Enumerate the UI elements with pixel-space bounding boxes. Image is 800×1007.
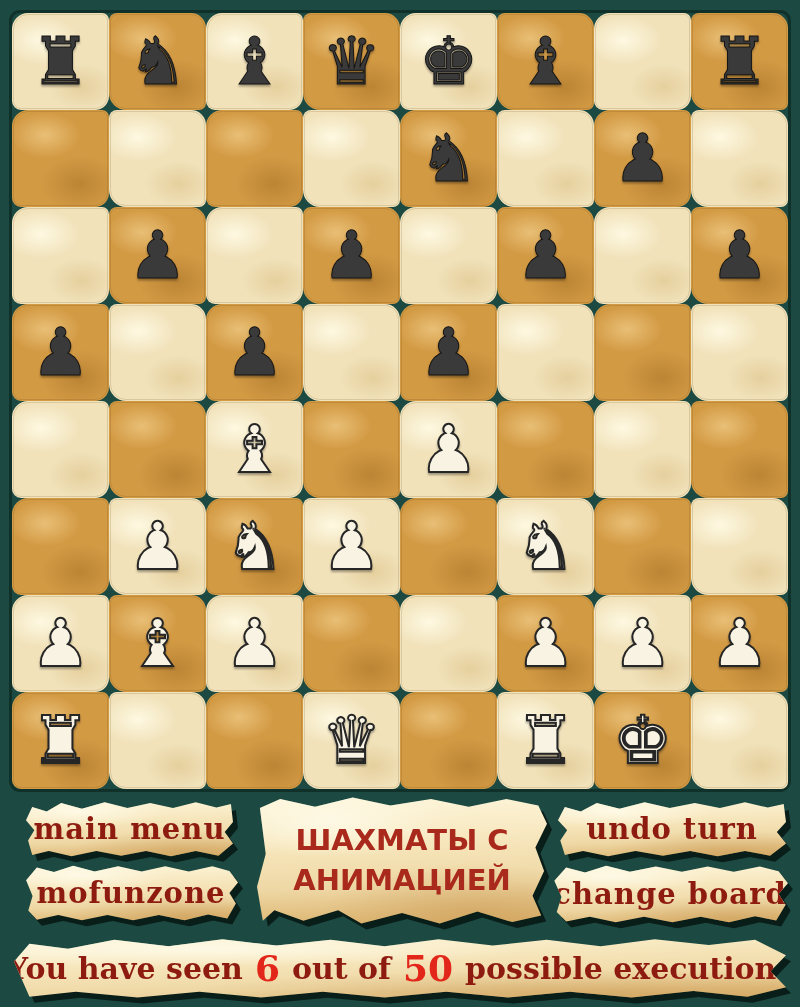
- square-d8[interactable]: ♛: [303, 13, 400, 110]
- square-c2[interactable]: ♟: [206, 595, 303, 692]
- square-h2[interactable]: ♟: [691, 595, 788, 692]
- piece-black-bishop[interactable]: ♝: [225, 29, 284, 95]
- square-e2[interactable]: [400, 595, 497, 692]
- square-b3[interactable]: ♟: [109, 498, 206, 595]
- square-f8[interactable]: ♝: [497, 13, 594, 110]
- square-h6[interactable]: ♟: [691, 207, 788, 304]
- piece-white-rook[interactable]: ♜: [31, 708, 90, 774]
- square-b5[interactable]: [109, 304, 206, 401]
- piece-white-bishop[interactable]: ♝: [128, 611, 187, 677]
- piece-black-pawn[interactable]: ♟: [225, 320, 284, 386]
- square-a5[interactable]: ♟: [12, 304, 109, 401]
- square-d4[interactable]: [303, 401, 400, 498]
- undo-turn-label: undo turn: [586, 812, 758, 846]
- square-h4[interactable]: [691, 401, 788, 498]
- square-b8[interactable]: ♞: [109, 13, 206, 110]
- piece-white-queen[interactable]: ♛: [322, 708, 381, 774]
- square-c7[interactable]: [206, 110, 303, 207]
- piece-white-bishop[interactable]: ♝: [225, 417, 284, 483]
- piece-black-pawn[interactable]: ♟: [613, 126, 672, 192]
- title-panel: ШАХМАТЫ С АНИМАЦИЕЙ: [257, 795, 547, 926]
- square-a6[interactable]: [12, 207, 109, 304]
- title-line-2: АНИМАЦИЕЙ: [293, 861, 511, 900]
- square-c1[interactable]: [206, 692, 303, 789]
- square-f7[interactable]: [497, 110, 594, 207]
- piece-black-pawn[interactable]: ♟: [710, 223, 769, 289]
- square-f3[interactable]: ♞: [497, 498, 594, 595]
- square-c5[interactable]: ♟: [206, 304, 303, 401]
- piece-black-pawn[interactable]: ♟: [322, 223, 381, 289]
- square-b1[interactable]: [109, 692, 206, 789]
- square-g5[interactable]: [594, 304, 691, 401]
- mofunzone-button[interactable]: mofunzone: [24, 864, 238, 922]
- square-e6[interactable]: [400, 207, 497, 304]
- piece-black-pawn[interactable]: ♟: [128, 223, 187, 289]
- square-h7[interactable]: [691, 110, 788, 207]
- undo-turn-button[interactable]: undo turn: [558, 800, 786, 858]
- square-e4[interactable]: ♟: [400, 401, 497, 498]
- mofunzone-label: mofunzone: [36, 876, 225, 910]
- square-g6[interactable]: [594, 207, 691, 304]
- square-e7[interactable]: ♞: [400, 110, 497, 207]
- square-f2[interactable]: ♟: [497, 595, 594, 692]
- square-h3[interactable]: [691, 498, 788, 595]
- square-c4[interactable]: ♝: [206, 401, 303, 498]
- square-f6[interactable]: ♟: [497, 207, 594, 304]
- square-b6[interactable]: ♟: [109, 207, 206, 304]
- square-c6[interactable]: [206, 207, 303, 304]
- piece-black-king[interactable]: ♚: [419, 29, 478, 95]
- piece-white-pawn[interactable]: ♟: [516, 611, 575, 677]
- square-g3[interactable]: [594, 498, 691, 595]
- piece-white-rook[interactable]: ♜: [516, 708, 575, 774]
- piece-white-pawn[interactable]: ♟: [613, 611, 672, 677]
- piece-white-knight[interactable]: ♞: [516, 514, 575, 580]
- piece-white-pawn[interactable]: ♟: [419, 417, 478, 483]
- piece-black-pawn[interactable]: ♟: [419, 320, 478, 386]
- square-g7[interactable]: ♟: [594, 110, 691, 207]
- piece-black-rook[interactable]: ♜: [710, 29, 769, 95]
- executions-seen-count: 6: [255, 947, 280, 989]
- piece-black-rook[interactable]: ♜: [31, 29, 90, 95]
- piece-black-bishop[interactable]: ♝: [516, 29, 575, 95]
- square-e8[interactable]: ♚: [400, 13, 497, 110]
- game-window: ♜♞♝♛♚♝♜♞♟♟♟♟♟♟♟♟♝♟♟♞♟♞♟♝♟♟♟♟♜♛♜♚ main me…: [0, 0, 800, 1007]
- piece-white-pawn[interactable]: ♟: [225, 611, 284, 677]
- square-f1[interactable]: ♜: [497, 692, 594, 789]
- square-a7[interactable]: [12, 110, 109, 207]
- main-menu-label: main menu: [34, 812, 226, 846]
- square-d6[interactable]: ♟: [303, 207, 400, 304]
- title-line-1: ШАХМАТЫ С: [295, 821, 508, 860]
- main-menu-button[interactable]: main menu: [26, 800, 233, 858]
- square-a3[interactable]: [12, 498, 109, 595]
- square-f5[interactable]: [497, 304, 594, 401]
- square-a8[interactable]: ♜: [12, 13, 109, 110]
- piece-black-queen[interactable]: ♛: [322, 29, 381, 95]
- square-c8[interactable]: ♝: [206, 13, 303, 110]
- square-e3[interactable]: [400, 498, 497, 595]
- square-b2[interactable]: ♝: [109, 595, 206, 692]
- square-e1[interactable]: [400, 692, 497, 789]
- square-f4[interactable]: [497, 401, 594, 498]
- change-board-label: change board: [553, 877, 786, 911]
- square-g4[interactable]: [594, 401, 691, 498]
- change-board-button[interactable]: change board: [552, 864, 788, 924]
- square-h8[interactable]: ♜: [691, 13, 788, 110]
- square-g2[interactable]: ♟: [594, 595, 691, 692]
- piece-white-king[interactable]: ♚: [613, 708, 672, 774]
- status-middle: out of: [292, 951, 391, 986]
- square-b4[interactable]: [109, 401, 206, 498]
- square-h1[interactable]: [691, 692, 788, 789]
- piece-white-knight[interactable]: ♞: [225, 514, 284, 580]
- piece-white-pawn[interactable]: ♟: [710, 611, 769, 677]
- square-a2[interactable]: ♟: [12, 595, 109, 692]
- chess-board: ♜♞♝♛♚♝♜♞♟♟♟♟♟♟♟♟♝♟♟♞♟♞♟♝♟♟♟♟♜♛♜♚: [12, 13, 788, 789]
- square-b7[interactable]: [109, 110, 206, 207]
- square-d2[interactable]: [303, 595, 400, 692]
- square-g1[interactable]: ♚: [594, 692, 691, 789]
- piece-white-pawn[interactable]: ♟: [322, 514, 381, 580]
- piece-white-pawn[interactable]: ♟: [31, 611, 90, 677]
- square-d1[interactable]: ♛: [303, 692, 400, 789]
- square-e5[interactable]: ♟: [400, 304, 497, 401]
- piece-white-pawn[interactable]: ♟: [128, 514, 187, 580]
- executions-total-count: 50: [403, 947, 453, 989]
- square-g8[interactable]: [594, 13, 691, 110]
- piece-black-pawn[interactable]: ♟: [516, 223, 575, 289]
- square-h5[interactable]: [691, 304, 788, 401]
- square-a1[interactable]: ♜: [12, 692, 109, 789]
- status-prefix: You have seen: [7, 951, 243, 986]
- square-d3[interactable]: ♟: [303, 498, 400, 595]
- square-a4[interactable]: [12, 401, 109, 498]
- square-c3[interactable]: ♞: [206, 498, 303, 595]
- piece-black-pawn[interactable]: ♟: [31, 320, 90, 386]
- piece-black-knight[interactable]: ♞: [128, 29, 187, 95]
- status-bar: You have seen 6 out of 50 possible execu…: [14, 936, 786, 1000]
- status-suffix: possible executions: [465, 951, 793, 986]
- square-d7[interactable]: [303, 110, 400, 207]
- piece-black-knight[interactable]: ♞: [419, 126, 478, 192]
- square-d5[interactable]: [303, 304, 400, 401]
